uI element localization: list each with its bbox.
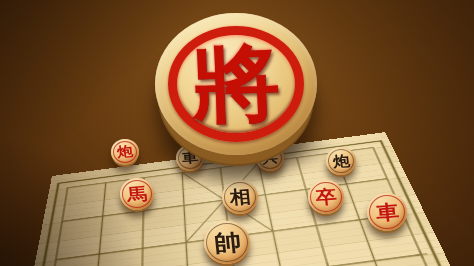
piece-glyph: 帥 [212, 230, 241, 255]
piece-glyph: 馬 [126, 185, 148, 203]
piece-glyph: 車 [375, 201, 400, 222]
piece-glyph: 炮 [116, 145, 133, 160]
piece-glyph: 炮 [332, 153, 350, 169]
giant-general-piece[interactable]: 將 [155, 13, 317, 155]
piece-chariot-red-ink[interactable]: 車 [367, 193, 407, 231]
piece-chariot-black-ink[interactable]: 車 [176, 145, 204, 171]
xiangqi-promo-scene: 炮車兵炮馬相卒車帥 將 [0, 0, 474, 266]
piece-glyph: 車 [181, 151, 198, 166]
piece-glyph: 相 [229, 187, 252, 206]
piece-soldier-red-ink[interactable]: 卒 [308, 180, 344, 214]
piece-glyph: 兵 [261, 151, 278, 166]
piece-cannon-black-ink[interactable]: 炮 [326, 147, 356, 175]
general-glyph: 將 [191, 41, 282, 128]
piece-elephant-black-ink[interactable]: 相 [222, 180, 258, 214]
piece-horse-red-ink[interactable]: 馬 [120, 178, 154, 210]
piece-general-black-ink[interactable]: 帥 [204, 221, 250, 264]
piece-cannon-red-ink[interactable]: 炮 [111, 139, 139, 165]
piece-glyph: 卒 [315, 187, 338, 206]
